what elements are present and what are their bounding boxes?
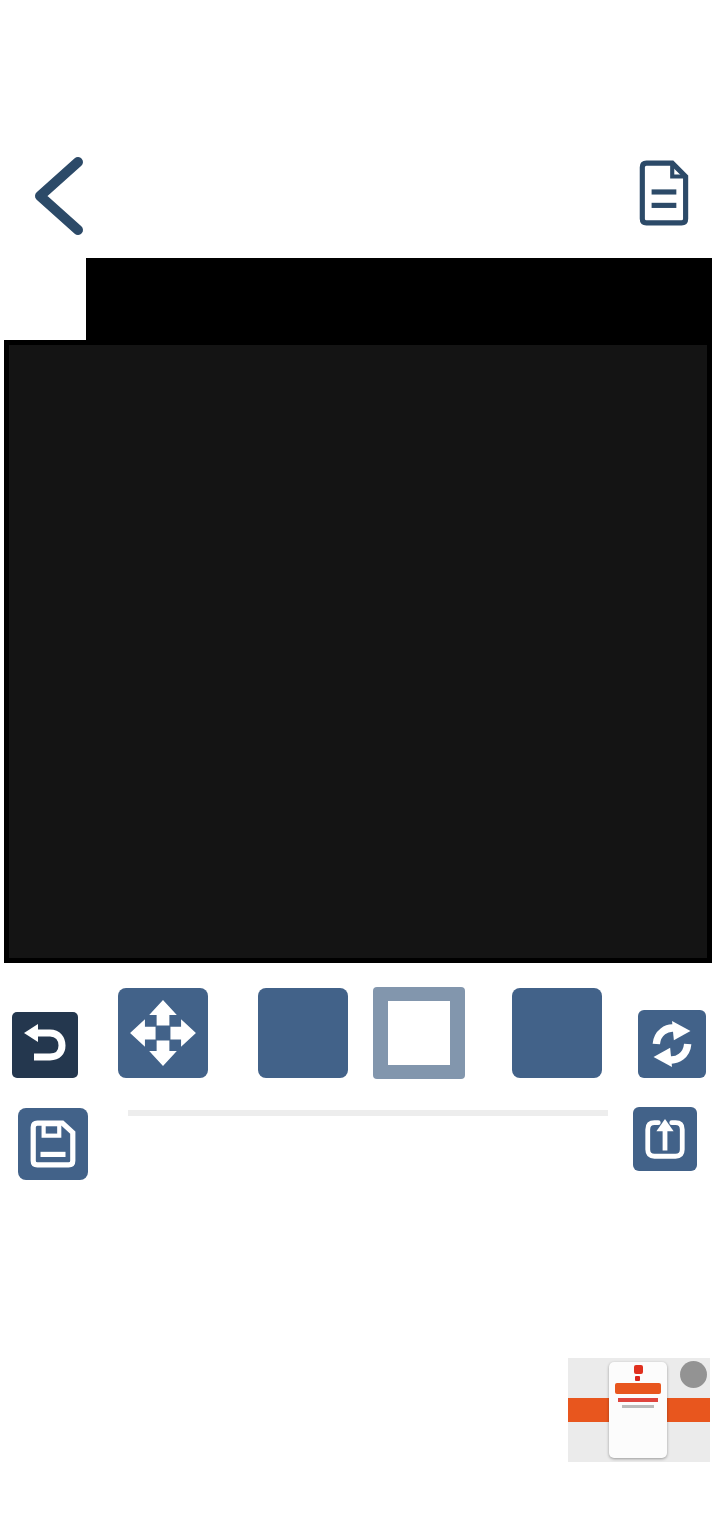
ad-download-button[interactable] [615, 1383, 661, 1394]
col-clues [86, 258, 712, 345]
ad-close-button[interactable] [680, 1361, 707, 1388]
ad-fineprint-bar2 [622, 1405, 654, 1408]
refresh-icon [648, 1020, 696, 1068]
share-icon [642, 1116, 688, 1162]
fill-white-button[interactable] [373, 987, 465, 1079]
undo-button[interactable] [12, 1012, 78, 1078]
reset-button[interactable] [638, 1010, 706, 1078]
mark-x-button[interactable] [258, 988, 348, 1078]
floppy-icon [29, 1119, 77, 1169]
ad-coupon-card[interactable] [609, 1362, 667, 1458]
move-button[interactable] [118, 988, 208, 1078]
rules-box [128, 1110, 608, 1116]
ad-logo-icon [634, 1365, 643, 1374]
back-icon[interactable] [28, 154, 86, 238]
white-square-icon [388, 1001, 450, 1065]
ad-coupon-label [635, 1376, 641, 1381]
main-board [4, 340, 712, 963]
ad-fineprint-bar [618, 1398, 658, 1402]
ad-image[interactable] [568, 1358, 710, 1462]
undo-icon [23, 1024, 67, 1066]
save-button[interactable] [18, 1108, 88, 1180]
hint-button[interactable] [512, 988, 602, 1078]
red-dot-icon [635, 1376, 640, 1381]
document-icon[interactable] [638, 160, 692, 226]
move-arrows-icon [129, 999, 197, 1067]
share-button[interactable] [633, 1107, 697, 1171]
